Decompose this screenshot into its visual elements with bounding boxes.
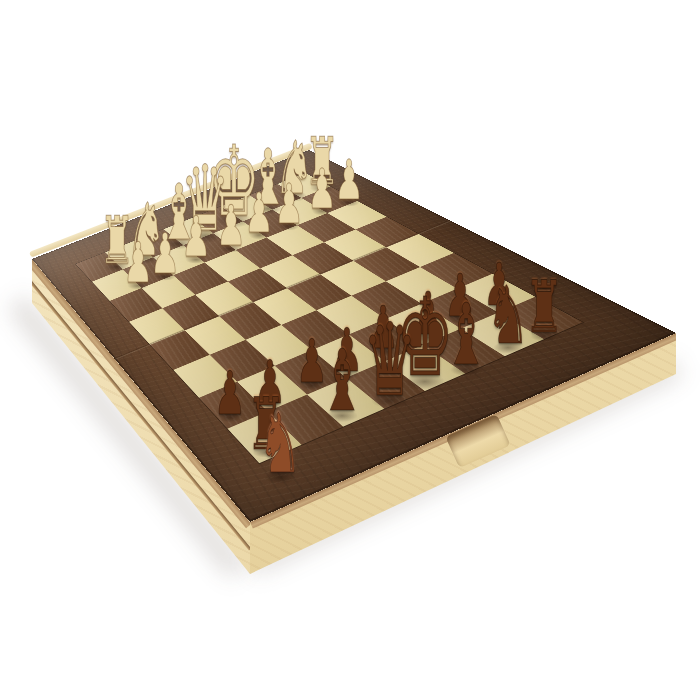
white-pawn-f2[interactable]: ♟ bbox=[181, 209, 211, 265]
chess-set-photo: ♜♞♝♛♚♝♞♜♟♟♟♟♟♟♟♟♟♟♟♟♟♟♟♟♜♞♝♛♚♝♞♜ bbox=[0, 0, 700, 700]
black-knight-b8[interactable]: ♞ bbox=[486, 275, 529, 355]
white-pawn-g2[interactable]: ♟ bbox=[150, 226, 180, 282]
white-pawn-d2[interactable]: ♟ bbox=[244, 185, 274, 240]
white-pawn-c2[interactable]: ♟ bbox=[274, 176, 304, 231]
white-pawn-e2[interactable]: ♟ bbox=[216, 198, 246, 254]
black-bishop-f8[interactable]: ♝ bbox=[319, 339, 365, 424]
black-knight-g8[interactable]: ♞ bbox=[258, 403, 302, 485]
black-pawn-h7[interactable]: ♟ bbox=[214, 363, 246, 423]
pieces-layer: ♜♞♝♛♚♝♞♜♟♟♟♟♟♟♟♟♟♟♟♟♟♟♟♟♜♞♝♛♚♝♞♜ bbox=[0, 0, 700, 700]
white-pawn-h2[interactable]: ♟ bbox=[122, 235, 152, 291]
white-pawn-b2[interactable]: ♟ bbox=[307, 161, 337, 216]
black-rook-a8[interactable]: ♜ bbox=[524, 271, 563, 343]
white-pawn-a2[interactable]: ♟ bbox=[334, 153, 364, 208]
black-queen-e8[interactable]: ♛ bbox=[362, 310, 416, 411]
